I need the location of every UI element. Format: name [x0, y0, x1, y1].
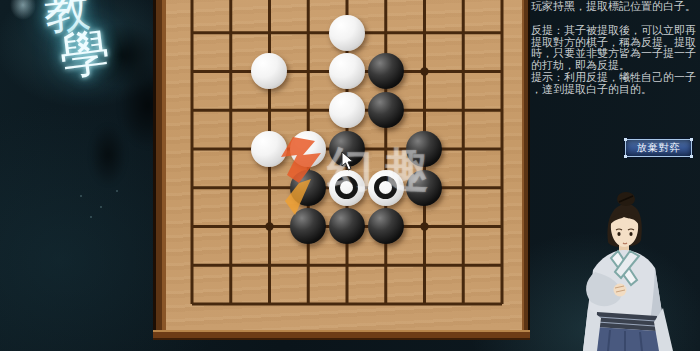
board-point[interactable]: [328, 13, 367, 52]
board-point[interactable]: [211, 285, 250, 324]
board-point[interactable]: [444, 207, 483, 246]
board-point[interactable]: [444, 52, 483, 91]
board-point[interactable]: [366, 285, 405, 324]
board-point[interactable]: [483, 0, 522, 13]
dust-speck: [80, 195, 82, 197]
board-point[interactable]: [366, 130, 405, 169]
white-stone: [251, 131, 287, 167]
board-point[interactable]: [250, 13, 289, 52]
black-stone: [368, 53, 404, 89]
board-point[interactable]: [328, 91, 367, 130]
mode-calligraphy: 教 學: [36, 0, 110, 81]
board-point[interactable]: [444, 91, 483, 130]
capture-target-marker: [374, 176, 397, 199]
board-point[interactable]: [250, 130, 289, 169]
lesson-rule: 反提：其子被提取後，可以立即再提取對方的棋子，稱為反提。提取時，只要並非雙方皆為…: [531, 25, 699, 72]
resign-button[interactable]: 放棄對弈: [625, 139, 692, 157]
board-point[interactable]: [173, 207, 212, 246]
banner-char: 學: [57, 25, 113, 83]
board-point[interactable]: [366, 168, 405, 207]
board-point[interactable]: [250, 246, 289, 285]
board-point[interactable]: [173, 52, 212, 91]
board-point[interactable]: [483, 13, 522, 52]
white-stone: [251, 53, 287, 89]
board-point[interactable]: [483, 52, 522, 91]
white-stone: [290, 131, 326, 167]
capture-target-marker: [335, 176, 358, 199]
board-point[interactable]: [211, 91, 250, 130]
dust-speck: [116, 190, 118, 192]
board-point[interactable]: [444, 168, 483, 207]
dust-speck: [90, 216, 92, 218]
board-point[interactable]: [366, 207, 405, 246]
board-point[interactable]: [173, 0, 212, 13]
black-stone: [406, 131, 442, 167]
board-point[interactable]: [211, 168, 250, 207]
board-point[interactable]: [289, 168, 328, 207]
board-point[interactable]: [250, 91, 289, 130]
board-point[interactable]: [173, 13, 212, 52]
board-point[interactable]: [366, 91, 405, 130]
board-point[interactable]: [211, 207, 250, 246]
board-point[interactable]: [444, 246, 483, 285]
board-point[interactable]: [250, 207, 289, 246]
board-point[interactable]: [211, 52, 250, 91]
board-point[interactable]: [211, 246, 250, 285]
lesson-objective: 玩家持黑，提取標記位置的白子。: [531, 1, 699, 13]
board-point[interactable]: [173, 91, 212, 130]
board-point[interactable]: [483, 207, 522, 246]
board-point[interactable]: [405, 52, 444, 91]
board-point[interactable]: [483, 246, 522, 285]
board-point[interactable]: [483, 285, 522, 324]
white-stone: [329, 15, 365, 51]
board-point[interactable]: [405, 130, 444, 169]
board-point[interactable]: [328, 52, 367, 91]
black-stone: [290, 170, 326, 206]
board-point[interactable]: [289, 52, 328, 91]
board-point[interactable]: [405, 246, 444, 285]
board-point[interactable]: [366, 246, 405, 285]
board-point[interactable]: [366, 52, 405, 91]
board-left-edge: [153, 0, 166, 330]
tutor-character: [575, 190, 695, 351]
calligraphy-fragment: [10, 0, 36, 20]
board-point[interactable]: [328, 285, 367, 324]
board-point[interactable]: [250, 285, 289, 324]
board-point[interactable]: [173, 168, 212, 207]
board-point[interactable]: [328, 168, 367, 207]
board-point[interactable]: [405, 91, 444, 130]
board-point[interactable]: [211, 13, 250, 52]
black-stone: [290, 208, 326, 244]
board-point[interactable]: [405, 285, 444, 324]
white-stone: [329, 53, 365, 89]
dust-speck: [100, 206, 102, 208]
lesson-panel: 玩家持黑，提取標記位置的白子。 反提：其子被提取後，可以立即再提取對方的棋子，稱…: [531, 1, 699, 96]
black-stone: [406, 170, 442, 206]
mouse-cursor-icon: [341, 151, 355, 171]
board-point[interactable]: [483, 91, 522, 130]
white-stone-marked: [329, 170, 365, 206]
board-right-edge: [522, 0, 530, 330]
board-point[interactable]: [405, 207, 444, 246]
board-point[interactable]: [211, 0, 250, 13]
board-point[interactable]: [328, 246, 367, 285]
black-stone: [368, 92, 404, 128]
board-point[interactable]: [173, 285, 212, 324]
board-point[interactable]: [250, 52, 289, 91]
board-point[interactable]: [444, 13, 483, 52]
board-point[interactable]: [289, 207, 328, 246]
board-point[interactable]: [328, 207, 367, 246]
board-point[interactable]: [289, 285, 328, 324]
lesson-hint: 提示：利用反提，犧牲自己的一子，達到提取白子的目的。: [531, 72, 699, 96]
board-point[interactable]: [289, 0, 328, 13]
board-point[interactable]: [173, 246, 212, 285]
tutorial-screen: 教 學 幻趣 玩家持黑，提取標記位置的白子。 反提：其子被提取後，可以立即再提取…: [0, 0, 700, 351]
board-point[interactable]: [366, 13, 405, 52]
black-stone: [368, 208, 404, 244]
board-point[interactable]: [289, 91, 328, 130]
board-point[interactable]: [405, 13, 444, 52]
board-point[interactable]: [289, 130, 328, 169]
board-point[interactable]: [405, 168, 444, 207]
board-point[interactable]: [328, 0, 367, 13]
board-point[interactable]: [289, 246, 328, 285]
board-point[interactable]: [211, 130, 250, 169]
board-point[interactable]: [250, 0, 289, 13]
board-point[interactable]: [444, 0, 483, 13]
board-front-edge: [153, 330, 530, 340]
board-point[interactable]: [444, 130, 483, 169]
black-stone: [329, 208, 365, 244]
board-point[interactable]: [250, 168, 289, 207]
board-point[interactable]: [444, 285, 483, 324]
board-point[interactable]: [405, 0, 444, 13]
board-point[interactable]: [289, 13, 328, 52]
board-point[interactable]: [173, 130, 212, 169]
board-point[interactable]: [483, 130, 522, 169]
white-stone-marked: [368, 170, 404, 206]
white-stone: [329, 92, 365, 128]
board-point[interactable]: [483, 168, 522, 207]
board-point[interactable]: [366, 0, 405, 13]
